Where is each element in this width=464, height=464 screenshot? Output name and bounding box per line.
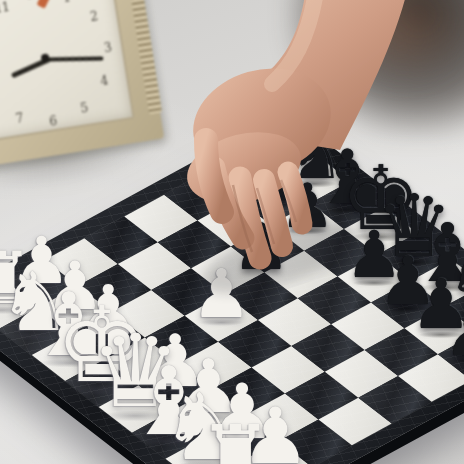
clock-numeral-11: 11: [0, 0, 11, 16]
clock-alarm-marker: [37, 0, 51, 9]
clock-face: 123456789101112: [0, 0, 135, 145]
clock-numeral-1: 1: [62, 0, 72, 5]
piece-white-rook-a1[interactable]: ♜: [197, 413, 273, 464]
clock-center-pivot: [40, 53, 49, 62]
clock-numeral-4: 4: [99, 73, 109, 88]
clock-numeral-2: 2: [89, 9, 99, 24]
piece-black-pawn-a7[interactable]: ♟: [443, 296, 464, 366]
clock-numeral-3: 3: [103, 40, 113, 55]
clock-numeral-5: 5: [79, 100, 89, 115]
clock-minute-hand: [45, 56, 103, 61]
clock-numeral-7: 7: [15, 111, 25, 126]
scene: 123456789101112 ♜♟♞♟♝♟♚♛♟♟♝♟♟♜♞♟♟♟♞♜♟♟♝♚…: [0, 0, 464, 464]
clock-numeral-6: 6: [48, 114, 58, 129]
upper-arm-blur: [332, 0, 464, 84]
piece-white-pawn-e4[interactable]: ♟: [191, 260, 251, 327]
